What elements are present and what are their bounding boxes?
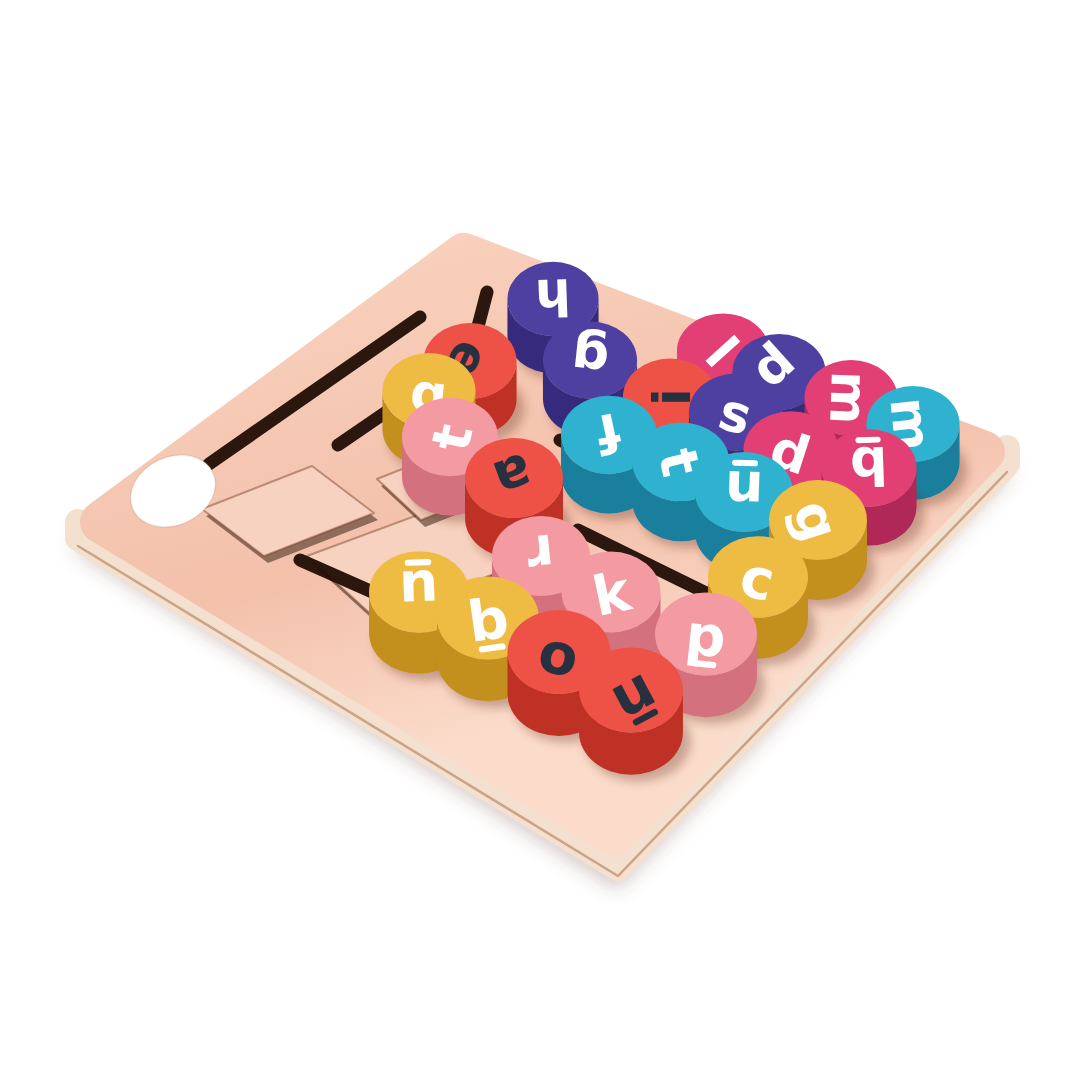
tile-orientation-mark [855,437,880,444]
tile-letter-group: b [849,435,889,497]
tile-letter: h [534,267,572,327]
tile-u-red[interactable]: u [579,648,691,782]
tile-letter-group: p [682,602,729,671]
product-photo-stage: hlgepqimsmftdtbangrcukbpou [0,0,1080,1080]
tile-letter-group: g [569,326,612,390]
tile-letter: b [849,435,889,497]
tile-letter: p [682,602,729,671]
puzzle-scene: hlgepqimsmftdtbangrcukbpou [0,0,1080,1080]
tile-letter: u [398,557,439,622]
tile-letter-group: h [534,267,572,327]
tile-letter-group: n [724,458,765,522]
tile-letter: n [724,458,765,522]
tile-letter-group: u [398,557,439,622]
tile-orientation-mark [732,460,758,467]
tile-orientation-mark [405,559,432,566]
tile-letter: g [569,326,612,390]
